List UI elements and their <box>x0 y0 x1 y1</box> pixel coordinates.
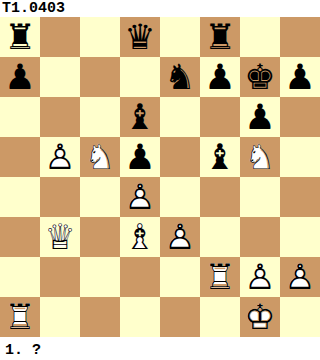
white-piece-outline: ♖ <box>0 297 40 337</box>
square-a2[interactable] <box>0 257 40 297</box>
square-a4[interactable] <box>0 177 40 217</box>
square-d8[interactable]: ♛ <box>120 17 160 57</box>
square-a5[interactable] <box>0 137 40 177</box>
square-d1[interactable] <box>120 297 160 337</box>
square-g7[interactable]: ♚ <box>240 57 280 97</box>
square-e8[interactable] <box>160 17 200 57</box>
square-a1[interactable]: ♜♖ <box>0 297 40 337</box>
piece-white-knight[interactable]: ♞♘ <box>240 137 280 177</box>
piece-white-pawn[interactable]: ♟♙ <box>160 217 200 257</box>
square-b6[interactable] <box>40 97 80 137</box>
piece-black-rook[interactable]: ♜ <box>200 17 240 57</box>
square-b8[interactable] <box>40 17 80 57</box>
piece-black-pawn[interactable]: ♟ <box>200 57 240 97</box>
square-c1[interactable] <box>80 297 120 337</box>
square-d2[interactable] <box>120 257 160 297</box>
white-piece-outline: ♕ <box>40 217 80 257</box>
square-b7[interactable] <box>40 57 80 97</box>
piece-white-bishop[interactable]: ♝♗ <box>120 217 160 257</box>
square-b4[interactable] <box>40 177 80 217</box>
square-c3[interactable] <box>80 217 120 257</box>
puzzle-page: T1.0403 ♜♛♜♟♞♟♚♟♝♟♟♙♞♘♟♝♞♘♟♙♛♕♝♗♟♙♜♖♟♙♟♙… <box>0 0 320 360</box>
square-g6[interactable]: ♟ <box>240 97 280 137</box>
square-f3[interactable] <box>200 217 240 257</box>
square-g8[interactable] <box>240 17 280 57</box>
square-f6[interactable] <box>200 97 240 137</box>
square-a7[interactable]: ♟ <box>0 57 40 97</box>
square-c2[interactable] <box>80 257 120 297</box>
square-e3[interactable]: ♟♙ <box>160 217 200 257</box>
square-f7[interactable]: ♟ <box>200 57 240 97</box>
square-c6[interactable] <box>80 97 120 137</box>
white-piece-outline: ♙ <box>240 257 280 297</box>
piece-white-pawn[interactable]: ♟♙ <box>120 177 160 217</box>
square-h3[interactable] <box>280 217 320 257</box>
white-piece-outline: ♘ <box>80 137 120 177</box>
white-piece-outline: ♘ <box>240 137 280 177</box>
chess-board: ♜♛♜♟♞♟♚♟♝♟♟♙♞♘♟♝♞♘♟♙♛♕♝♗♟♙♜♖♟♙♟♙♜♖♚♔ <box>0 17 320 337</box>
square-h7[interactable]: ♟ <box>280 57 320 97</box>
square-e7[interactable]: ♞ <box>160 57 200 97</box>
square-h8[interactable] <box>280 17 320 57</box>
white-piece-outline: ♔ <box>240 297 280 337</box>
piece-white-rook[interactable]: ♜♖ <box>0 297 40 337</box>
square-h4[interactable] <box>280 177 320 217</box>
square-d4[interactable]: ♟♙ <box>120 177 160 217</box>
piece-white-pawn[interactable]: ♟♙ <box>40 137 80 177</box>
square-e5[interactable] <box>160 137 200 177</box>
square-e1[interactable] <box>160 297 200 337</box>
square-a6[interactable] <box>0 97 40 137</box>
square-e6[interactable] <box>160 97 200 137</box>
square-g3[interactable] <box>240 217 280 257</box>
square-g4[interactable] <box>240 177 280 217</box>
piece-white-pawn[interactable]: ♟♙ <box>240 257 280 297</box>
square-c7[interactable] <box>80 57 120 97</box>
square-a3[interactable] <box>0 217 40 257</box>
square-e2[interactable] <box>160 257 200 297</box>
square-b2[interactable] <box>40 257 80 297</box>
square-a8[interactable]: ♜ <box>0 17 40 57</box>
square-h5[interactable] <box>280 137 320 177</box>
white-piece-outline: ♙ <box>280 257 320 297</box>
square-g1[interactable]: ♚♔ <box>240 297 280 337</box>
square-b1[interactable] <box>40 297 80 337</box>
square-d5[interactable]: ♟ <box>120 137 160 177</box>
square-f4[interactable] <box>200 177 240 217</box>
white-piece-outline: ♗ <box>120 217 160 257</box>
piece-black-pawn[interactable]: ♟ <box>240 97 280 137</box>
move-prompt: 1. ? <box>0 337 320 359</box>
square-g2[interactable]: ♟♙ <box>240 257 280 297</box>
square-e4[interactable] <box>160 177 200 217</box>
piece-black-king[interactable]: ♚ <box>240 57 280 97</box>
piece-white-pawn[interactable]: ♟♙ <box>280 257 320 297</box>
square-d3[interactable]: ♝♗ <box>120 217 160 257</box>
square-d6[interactable]: ♝ <box>120 97 160 137</box>
piece-black-knight[interactable]: ♞ <box>160 57 200 97</box>
piece-black-pawn[interactable]: ♟ <box>0 57 40 97</box>
piece-black-queen[interactable]: ♛ <box>120 17 160 57</box>
piece-black-pawn[interactable]: ♟ <box>280 57 320 97</box>
white-piece-outline: ♖ <box>200 257 240 297</box>
square-b5[interactable]: ♟♙ <box>40 137 80 177</box>
square-c4[interactable] <box>80 177 120 217</box>
square-h6[interactable] <box>280 97 320 137</box>
square-h1[interactable] <box>280 297 320 337</box>
square-f5[interactable]: ♝ <box>200 137 240 177</box>
puzzle-id: T1.0403 <box>0 0 320 17</box>
square-b3[interactable]: ♛♕ <box>40 217 80 257</box>
piece-black-bishop[interactable]: ♝ <box>120 97 160 137</box>
piece-black-pawn[interactable]: ♟ <box>120 137 160 177</box>
square-h2[interactable]: ♟♙ <box>280 257 320 297</box>
piece-white-king[interactable]: ♚♔ <box>240 297 280 337</box>
square-f1[interactable] <box>200 297 240 337</box>
white-piece-outline: ♙ <box>120 177 160 217</box>
square-c8[interactable] <box>80 17 120 57</box>
square-c5[interactable]: ♞♘ <box>80 137 120 177</box>
white-piece-outline: ♙ <box>160 217 200 257</box>
square-g5[interactable]: ♞♘ <box>240 137 280 177</box>
piece-white-rook[interactable]: ♜♖ <box>200 257 240 297</box>
piece-white-knight[interactable]: ♞♘ <box>80 137 120 177</box>
piece-black-bishop[interactable]: ♝ <box>200 137 240 177</box>
square-d7[interactable] <box>120 57 160 97</box>
piece-white-queen[interactable]: ♛♕ <box>40 217 80 257</box>
white-piece-outline: ♙ <box>40 137 80 177</box>
piece-black-rook[interactable]: ♜ <box>0 17 40 57</box>
square-f2[interactable]: ♜♖ <box>200 257 240 297</box>
square-f8[interactable]: ♜ <box>200 17 240 57</box>
